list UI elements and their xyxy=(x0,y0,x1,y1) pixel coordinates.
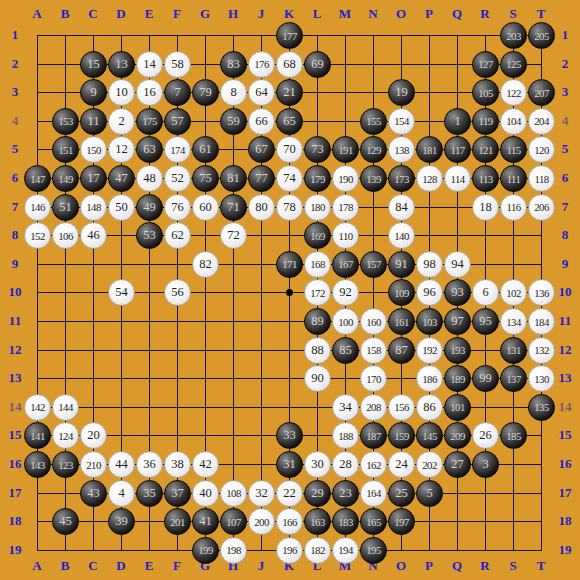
col-label-top-E: E xyxy=(135,7,163,21)
stone-K16: 31 xyxy=(276,451,303,478)
row-label-left-10: 10 xyxy=(1,285,29,299)
stone-M5: 191 xyxy=(332,136,359,163)
stone-Q16: 27 xyxy=(444,451,471,478)
stone-R11: 95 xyxy=(472,308,499,335)
stone-L5: 73 xyxy=(304,136,331,163)
row-label-right-18: 18 xyxy=(551,514,579,528)
col-label-bottom-A: A xyxy=(23,559,51,573)
row-label-left-13: 13 xyxy=(1,371,29,385)
stone-M12: 85 xyxy=(332,337,359,364)
stone-S1: 203 xyxy=(500,22,527,49)
stone-R16: 3 xyxy=(472,451,499,478)
stone-A15: 141 xyxy=(24,422,51,449)
row-label-right-12: 12 xyxy=(551,343,579,357)
row-label-right-15: 15 xyxy=(551,428,579,442)
stone-H8: 72 xyxy=(220,222,247,249)
stone-Q12: 193 xyxy=(444,337,471,364)
stone-A7: 146 xyxy=(24,194,51,221)
stone-T11: 184 xyxy=(528,308,555,335)
row-label-right-2: 2 xyxy=(551,57,579,71)
col-label-top-G: G xyxy=(191,7,219,21)
stone-J5: 67 xyxy=(248,136,275,163)
stone-G9: 82 xyxy=(192,251,219,278)
row-label-right-8: 8 xyxy=(551,228,579,242)
stone-S4: 104 xyxy=(500,108,527,135)
col-label-top-J: J xyxy=(247,7,275,21)
stone-J7: 80 xyxy=(248,194,275,221)
stone-B8: 106 xyxy=(52,222,79,249)
stone-D17: 4 xyxy=(108,480,135,507)
stone-A8: 152 xyxy=(24,222,51,249)
stone-N15: 187 xyxy=(360,422,387,449)
stone-Q9: 94 xyxy=(444,251,471,278)
stone-B7: 51 xyxy=(52,194,79,221)
stone-C3: 9 xyxy=(80,79,107,106)
stone-E8: 53 xyxy=(136,222,163,249)
col-label-top-P: P xyxy=(415,7,443,21)
stone-H4: 59 xyxy=(220,108,247,135)
stone-N6: 139 xyxy=(360,165,387,192)
stone-G18: 41 xyxy=(192,508,219,535)
stone-Q14: 101 xyxy=(444,394,471,421)
stone-D18: 39 xyxy=(108,508,135,535)
col-label-bottom-J: J xyxy=(247,559,275,573)
row-label-right-3: 3 xyxy=(551,85,579,99)
stone-D16: 44 xyxy=(108,451,135,478)
row-label-left-4: 4 xyxy=(1,114,29,128)
col-label-top-K: K xyxy=(275,7,303,21)
stone-P5: 181 xyxy=(416,136,443,163)
row-label-right-7: 7 xyxy=(551,200,579,214)
row-label-left-2: 2 xyxy=(1,57,29,71)
stone-N14: 208 xyxy=(360,394,387,421)
stone-K7: 78 xyxy=(276,194,303,221)
col-label-top-T: T xyxy=(527,7,555,21)
stone-M15: 188 xyxy=(332,422,359,449)
stone-S11: 134 xyxy=(500,308,527,335)
stone-G19: 199 xyxy=(192,537,219,564)
row-label-left-9: 9 xyxy=(1,257,29,271)
stone-E3: 16 xyxy=(136,79,163,106)
stone-N19: 195 xyxy=(360,537,387,564)
stone-C6: 17 xyxy=(80,165,107,192)
stone-K17: 22 xyxy=(276,480,303,507)
stone-F16: 38 xyxy=(164,451,191,478)
stone-D7: 50 xyxy=(108,194,135,221)
stone-N17: 164 xyxy=(360,480,387,507)
stone-C8: 46 xyxy=(80,222,107,249)
stone-K15: 33 xyxy=(276,422,303,449)
stone-L17: 29 xyxy=(304,480,331,507)
stone-S15: 185 xyxy=(500,422,527,449)
row-label-right-17: 17 xyxy=(551,486,579,500)
stone-D5: 12 xyxy=(108,136,135,163)
col-label-bottom-C: C xyxy=(79,559,107,573)
stone-R13: 99 xyxy=(472,365,499,392)
stone-L8: 169 xyxy=(304,222,331,249)
col-label-top-N: N xyxy=(359,7,387,21)
stone-E17: 35 xyxy=(136,480,163,507)
stone-E5: 63 xyxy=(136,136,163,163)
stone-L10: 172 xyxy=(304,279,331,306)
stone-F7: 76 xyxy=(164,194,191,221)
col-label-bottom-S: S xyxy=(499,559,527,573)
row-label-left-3: 3 xyxy=(1,85,29,99)
stone-H19: 198 xyxy=(220,537,247,564)
stone-C16: 210 xyxy=(80,451,107,478)
stone-R15: 26 xyxy=(472,422,499,449)
stone-O11: 161 xyxy=(388,308,415,335)
stone-Q5: 117 xyxy=(444,136,471,163)
stone-J2: 176 xyxy=(248,51,275,78)
col-label-bottom-B: B xyxy=(51,559,79,573)
stone-K4: 65 xyxy=(276,108,303,135)
row-label-right-9: 9 xyxy=(551,257,579,271)
stone-H3: 8 xyxy=(220,79,247,106)
stone-H17: 108 xyxy=(220,480,247,507)
stone-M7: 178 xyxy=(332,194,359,221)
stone-G16: 42 xyxy=(192,451,219,478)
stone-O5: 138 xyxy=(388,136,415,163)
stone-K9: 171 xyxy=(276,251,303,278)
stone-P17: 5 xyxy=(416,480,443,507)
col-label-top-H: H xyxy=(219,7,247,21)
stone-S2: 125 xyxy=(500,51,527,78)
col-label-top-R: R xyxy=(471,7,499,21)
stone-S7: 116 xyxy=(500,194,527,221)
row-label-left-18: 18 xyxy=(1,514,29,528)
col-label-top-A: A xyxy=(23,7,51,21)
stone-P14: 86 xyxy=(416,394,443,421)
stone-P10: 96 xyxy=(416,279,443,306)
stone-O12: 87 xyxy=(388,337,415,364)
stone-R3: 105 xyxy=(472,79,499,106)
stone-G17: 40 xyxy=(192,480,219,507)
stone-M17: 23 xyxy=(332,480,359,507)
col-label-top-S: S xyxy=(499,7,527,21)
stone-D3: 10 xyxy=(108,79,135,106)
stone-B6: 149 xyxy=(52,165,79,192)
stone-G3: 79 xyxy=(192,79,219,106)
stone-O7: 84 xyxy=(388,194,415,221)
stone-G7: 60 xyxy=(192,194,219,221)
stone-H7: 71 xyxy=(220,194,247,221)
stone-D10: 54 xyxy=(108,279,135,306)
stone-M9: 167 xyxy=(332,251,359,278)
stone-S3: 122 xyxy=(500,79,527,106)
stone-T10: 136 xyxy=(528,279,555,306)
col-label-top-F: F xyxy=(163,7,191,21)
col-label-bottom-T: T xyxy=(527,559,555,573)
row-label-left-5: 5 xyxy=(1,142,29,156)
stone-L12: 88 xyxy=(304,337,331,364)
stone-Q4: 1 xyxy=(444,108,471,135)
col-label-top-C: C xyxy=(79,7,107,21)
stone-J3: 64 xyxy=(248,79,275,106)
row-label-right-13: 13 xyxy=(551,371,579,385)
stone-M8: 110 xyxy=(332,222,359,249)
stone-Q10: 93 xyxy=(444,279,471,306)
stone-R7: 18 xyxy=(472,194,499,221)
col-label-top-D: D xyxy=(107,7,135,21)
stone-O14: 156 xyxy=(388,394,415,421)
stone-E6: 48 xyxy=(136,165,163,192)
stone-E4: 175 xyxy=(136,108,163,135)
row-label-right-5: 5 xyxy=(551,142,579,156)
stone-B5: 151 xyxy=(52,136,79,163)
stone-F6: 52 xyxy=(164,165,191,192)
stone-M11: 100 xyxy=(332,308,359,335)
stone-F10: 56 xyxy=(164,279,191,306)
stone-E16: 36 xyxy=(136,451,163,478)
stone-N9: 157 xyxy=(360,251,387,278)
stone-B18: 45 xyxy=(52,508,79,535)
col-label-bottom-R: R xyxy=(471,559,499,573)
stone-P12: 192 xyxy=(416,337,443,364)
stone-N12: 158 xyxy=(360,337,387,364)
stone-F17: 37 xyxy=(164,480,191,507)
stone-T13: 130 xyxy=(528,365,555,392)
stone-O17: 25 xyxy=(388,480,415,507)
row-label-right-6: 6 xyxy=(551,171,579,185)
stone-R2: 127 xyxy=(472,51,499,78)
col-label-bottom-O: O xyxy=(387,559,415,573)
stone-P15: 145 xyxy=(416,422,443,449)
stone-K18: 166 xyxy=(276,508,303,535)
stone-O8: 140 xyxy=(388,222,415,249)
stone-O10: 109 xyxy=(388,279,415,306)
stone-Q13: 189 xyxy=(444,365,471,392)
col-label-top-M: M xyxy=(331,7,359,21)
stone-O18: 197 xyxy=(388,508,415,535)
stone-K3: 21 xyxy=(276,79,303,106)
stone-K19: 196 xyxy=(276,537,303,564)
stone-P9: 98 xyxy=(416,251,443,278)
row-label-right-4: 4 xyxy=(551,114,579,128)
stone-S13: 137 xyxy=(500,365,527,392)
stone-S6: 111 xyxy=(500,165,527,192)
stone-C17: 43 xyxy=(80,480,107,507)
stone-M18: 183 xyxy=(332,508,359,535)
col-label-top-L: L xyxy=(303,7,331,21)
stone-L2: 69 xyxy=(304,51,331,78)
row-label-left-11: 11 xyxy=(1,314,29,328)
stone-J4: 66 xyxy=(248,108,275,135)
col-label-bottom-E: E xyxy=(135,559,163,573)
stone-O3: 19 xyxy=(388,79,415,106)
stone-E7: 49 xyxy=(136,194,163,221)
stone-S10: 102 xyxy=(500,279,527,306)
stone-K5: 70 xyxy=(276,136,303,163)
stone-H2: 83 xyxy=(220,51,247,78)
stone-M19: 194 xyxy=(332,537,359,564)
stone-D4: 2 xyxy=(108,108,135,135)
stone-D2: 13 xyxy=(108,51,135,78)
stone-P16: 202 xyxy=(416,451,443,478)
row-label-right-10: 10 xyxy=(551,285,579,299)
stone-P13: 186 xyxy=(416,365,443,392)
stone-R4: 119 xyxy=(472,108,499,135)
row-label-left-12: 12 xyxy=(1,343,29,357)
stone-L11: 89 xyxy=(304,308,331,335)
stone-G5: 61 xyxy=(192,136,219,163)
stone-F2: 58 xyxy=(164,51,191,78)
col-label-bottom-F: F xyxy=(163,559,191,573)
stone-Q15: 209 xyxy=(444,422,471,449)
stone-K2: 68 xyxy=(276,51,303,78)
stone-O15: 159 xyxy=(388,422,415,449)
stone-B14: 144 xyxy=(52,394,79,421)
stone-C4: 11 xyxy=(80,108,107,135)
stone-L7: 180 xyxy=(304,194,331,221)
stone-B4: 153 xyxy=(52,108,79,135)
row-label-left-17: 17 xyxy=(1,486,29,500)
stone-C15: 20 xyxy=(80,422,107,449)
stone-G6: 75 xyxy=(192,165,219,192)
stone-F8: 62 xyxy=(164,222,191,249)
stone-T6: 118 xyxy=(528,165,555,192)
stone-R5: 121 xyxy=(472,136,499,163)
stone-A14: 142 xyxy=(24,394,51,421)
stone-N16: 162 xyxy=(360,451,387,478)
stone-M10: 92 xyxy=(332,279,359,306)
col-label-bottom-Q: Q xyxy=(443,559,471,573)
stone-K6: 74 xyxy=(276,165,303,192)
stone-O16: 24 xyxy=(388,451,415,478)
row-label-right-19: 19 xyxy=(551,543,579,557)
stone-C7: 148 xyxy=(80,194,107,221)
star-point xyxy=(286,289,293,296)
stone-N18: 165 xyxy=(360,508,387,535)
row-label-right-14: 14 xyxy=(551,400,579,414)
stone-H6: 81 xyxy=(220,165,247,192)
row-label-right-1: 1 xyxy=(551,28,579,42)
stone-S5: 115 xyxy=(500,136,527,163)
stone-Q6: 114 xyxy=(444,165,471,192)
stone-B15: 124 xyxy=(52,422,79,449)
col-label-top-B: B xyxy=(51,7,79,21)
stone-A16: 143 xyxy=(24,451,51,478)
stone-T3: 207 xyxy=(528,79,555,106)
stone-J18: 200 xyxy=(248,508,275,535)
stone-O4: 154 xyxy=(388,108,415,135)
stone-S12: 131 xyxy=(500,337,527,364)
stone-Q11: 97 xyxy=(444,308,471,335)
stone-T5: 120 xyxy=(528,136,555,163)
stone-A6: 147 xyxy=(24,165,51,192)
row-label-right-16: 16 xyxy=(551,457,579,471)
row-label-left-1: 1 xyxy=(1,28,29,42)
stone-R6: 113 xyxy=(472,165,499,192)
stone-B16: 123 xyxy=(52,451,79,478)
stone-N11: 160 xyxy=(360,308,387,335)
stone-F3: 7 xyxy=(164,79,191,106)
stone-O9: 91 xyxy=(388,251,415,278)
stone-R10: 6 xyxy=(472,279,499,306)
row-label-right-11: 11 xyxy=(551,314,579,328)
stone-L13: 90 xyxy=(304,365,331,392)
stone-T7: 206 xyxy=(528,194,555,221)
col-label-top-Q: Q xyxy=(443,7,471,21)
stone-L9: 168 xyxy=(304,251,331,278)
stone-L16: 30 xyxy=(304,451,331,478)
stone-M6: 190 xyxy=(332,165,359,192)
row-label-left-19: 19 xyxy=(1,543,29,557)
stone-L18: 163 xyxy=(304,508,331,535)
stone-T1: 205 xyxy=(528,22,555,49)
stone-F18: 201 xyxy=(164,508,191,535)
stone-C5: 150 xyxy=(80,136,107,163)
stone-M14: 34 xyxy=(332,394,359,421)
stone-T4: 204 xyxy=(528,108,555,135)
col-label-bottom-P: P xyxy=(415,559,443,573)
stone-J6: 77 xyxy=(248,165,275,192)
stone-T12: 132 xyxy=(528,337,555,364)
stone-L19: 182 xyxy=(304,537,331,564)
stone-N5: 129 xyxy=(360,136,387,163)
h-line xyxy=(37,235,542,236)
stone-C2: 15 xyxy=(80,51,107,78)
stone-N4: 155 xyxy=(360,108,387,135)
stone-N13: 170 xyxy=(360,365,387,392)
stone-O6: 173 xyxy=(388,165,415,192)
go-board[interactable]: AABBCCDDEEFFGGHHJJKKLLMMNNOOPPQQRRSSTT11… xyxy=(0,0,580,580)
stone-D6: 47 xyxy=(108,165,135,192)
stone-E2: 14 xyxy=(136,51,163,78)
stone-H18: 107 xyxy=(220,508,247,535)
stone-P6: 128 xyxy=(416,165,443,192)
stone-L6: 179 xyxy=(304,165,331,192)
stone-T14: 135 xyxy=(528,394,555,421)
col-label-bottom-D: D xyxy=(107,559,135,573)
stone-F5: 174 xyxy=(164,136,191,163)
stone-J17: 32 xyxy=(248,480,275,507)
stone-K1: 177 xyxy=(276,22,303,49)
stone-M16: 28 xyxy=(332,451,359,478)
stone-P11: 103 xyxy=(416,308,443,335)
col-label-top-O: O xyxy=(387,7,415,21)
stone-F4: 57 xyxy=(164,108,191,135)
